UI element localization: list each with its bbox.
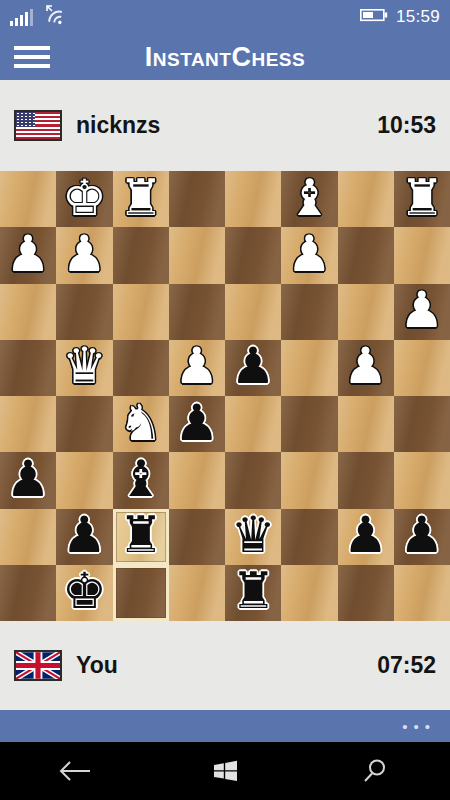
square-a4[interactable] [394,340,450,396]
square-g7[interactable]: ♟ [56,509,112,565]
white-pawn: ♟ [62,229,107,279]
square-b7[interactable]: ♟ [338,509,394,565]
white-rook: ♜ [399,173,444,223]
back-icon [58,760,92,782]
uk-flag-icon [14,650,62,681]
square-f2[interactable] [113,227,169,283]
black-pawn: ♟ [343,510,388,560]
black-pawn: ♟ [6,454,51,504]
square-e1[interactable] [169,171,225,227]
opponent-name: nicknzs [76,112,160,139]
square-f4[interactable] [113,340,169,396]
square-g5[interactable] [56,396,112,452]
square-f6[interactable]: ♝ [113,452,169,508]
battery-icon [360,8,388,26]
black-pawn: ♟ [62,510,107,560]
square-g4[interactable]: ♛ [56,340,112,396]
clock-time: 15:59 [396,7,440,27]
wifi-icon [44,4,70,30]
black-bishop: ♝ [118,454,163,504]
square-d5[interactable] [225,396,281,452]
black-rook: ♜ [118,510,163,560]
square-b3[interactable] [338,284,394,340]
square-c6[interactable] [281,452,337,508]
black-pawn: ♟ [231,341,276,391]
square-f8[interactable] [113,565,169,621]
square-g1[interactable]: ♚ [56,171,112,227]
cellular-signal-icon [10,9,34,30]
white-pawn: ♟ [343,341,388,391]
square-g8[interactable]: ♚ [56,565,112,621]
square-d6[interactable] [225,452,281,508]
square-e4[interactable]: ♟ [169,340,225,396]
white-pawn: ♟ [174,341,219,391]
navigation-bar [0,742,450,800]
square-e8[interactable] [169,565,225,621]
square-a7[interactable]: ♟ [394,509,450,565]
white-king: ♚ [62,173,107,223]
square-b2[interactable] [338,227,394,283]
square-g6[interactable] [56,452,112,508]
square-e5[interactable]: ♟ [169,396,225,452]
square-h1[interactable] [0,171,56,227]
square-a2[interactable] [394,227,450,283]
square-a5[interactable] [394,396,450,452]
status-bar: 15:59 [0,0,450,34]
white-pawn: ♟ [6,229,51,279]
square-f3[interactable] [113,284,169,340]
square-a3[interactable]: ♟ [394,284,450,340]
windows-start-icon [212,758,239,785]
square-h3[interactable] [0,284,56,340]
square-h4[interactable] [0,340,56,396]
square-c3[interactable] [281,284,337,340]
square-c4[interactable] [281,340,337,396]
square-c5[interactable] [281,396,337,452]
user-player-bar: You 07:52 [0,621,450,710]
square-h5[interactable] [0,396,56,452]
phone-screen: 15:59 InstantChess nicknzs 10:53 ♚♜♝♜♟♟♟… [0,0,450,800]
black-queen: ♛ [231,510,276,560]
white-rook: ♜ [118,173,163,223]
square-d7[interactable]: ♛ [225,509,281,565]
square-d4[interactable]: ♟ [225,340,281,396]
square-h6[interactable]: ♟ [0,452,56,508]
start-button[interactable] [150,758,300,785]
square-b4[interactable]: ♟ [338,340,394,396]
more-button[interactable]: ••• [402,719,436,734]
user-name: You [76,652,118,679]
square-b5[interactable] [338,396,394,452]
app-title: InstantChess [0,42,450,73]
square-a1[interactable]: ♜ [394,171,450,227]
user-clock: 07:52 [377,652,436,679]
square-f5[interactable]: ♞ [113,396,169,452]
white-bishop: ♝ [287,173,332,223]
square-e6[interactable] [169,452,225,508]
black-pawn: ♟ [399,510,444,560]
opponent-player-bar: nicknzs 10:53 [0,80,450,171]
square-c8[interactable] [281,565,337,621]
black-rook: ♜ [231,566,276,616]
white-queen: ♛ [62,341,107,391]
square-c7[interactable] [281,509,337,565]
us-flag-icon [14,110,62,141]
square-c2[interactable]: ♟ [281,227,337,283]
white-pawn: ♟ [399,285,444,335]
square-f1[interactable]: ♜ [113,171,169,227]
square-g2[interactable]: ♟ [56,227,112,283]
square-g3[interactable] [56,284,112,340]
square-h7[interactable] [0,509,56,565]
chess-board: ♚♜♝♜♟♟♟♟♛♟♟♟♞♟♟♝♟♜♛♟♟♚♜ [0,171,450,621]
square-f7[interactable]: ♜ [113,509,169,565]
search-button[interactable] [300,758,450,784]
square-e7[interactable] [169,509,225,565]
square-b1[interactable] [338,171,394,227]
black-pawn: ♟ [174,398,219,448]
square-c1[interactable]: ♝ [281,171,337,227]
square-h2[interactable]: ♟ [0,227,56,283]
square-h8[interactable] [0,565,56,621]
square-d3[interactable] [225,284,281,340]
square-b6[interactable] [338,452,394,508]
square-d2[interactable] [225,227,281,283]
square-d8[interactable]: ♜ [225,565,281,621]
app-bar: ••• [0,710,450,742]
back-button[interactable] [0,760,150,782]
white-knight: ♞ [118,398,163,448]
square-e2[interactable] [169,227,225,283]
opponent-clock: 10:53 [377,112,436,139]
app-header: InstantChess [0,34,450,80]
square-a8[interactable] [394,565,450,621]
white-pawn: ♟ [287,229,332,279]
square-d1[interactable] [225,171,281,227]
black-king: ♚ [62,566,107,616]
square-b8[interactable] [338,565,394,621]
square-a6[interactable] [394,452,450,508]
square-e3[interactable] [169,284,225,340]
search-icon [362,758,388,784]
